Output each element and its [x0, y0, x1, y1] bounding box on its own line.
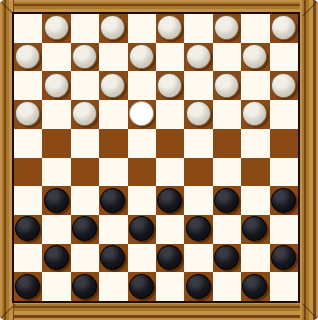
board-square[interactable]	[71, 186, 99, 215]
board-square[interactable]	[156, 186, 184, 215]
board-square[interactable]	[128, 272, 156, 301]
board-square[interactable]	[270, 100, 298, 129]
board-square[interactable]	[270, 244, 298, 273]
board-square[interactable]	[14, 71, 42, 100]
board-square[interactable]	[241, 14, 269, 43]
board-square[interactable]	[99, 129, 127, 158]
board-square[interactable]	[42, 100, 70, 129]
board-square[interactable]	[42, 43, 70, 72]
white-piece-highlighted[interactable]	[129, 101, 154, 126]
black-piece[interactable]	[44, 188, 69, 213]
black-piece[interactable]	[242, 274, 267, 299]
board-square[interactable]	[99, 244, 127, 273]
board-square[interactable]	[213, 43, 241, 72]
board-square[interactable]	[42, 215, 70, 244]
frame-bottom-rail	[0, 302, 318, 320]
board-square[interactable]	[42, 71, 70, 100]
board-square[interactable]	[71, 43, 99, 72]
board-square[interactable]	[128, 71, 156, 100]
board-square[interactable]	[71, 215, 99, 244]
white-piece[interactable]	[242, 44, 267, 69]
board-square[interactable]	[241, 129, 269, 158]
black-piece[interactable]	[15, 216, 40, 241]
board-square[interactable]	[128, 215, 156, 244]
board-square[interactable]	[71, 71, 99, 100]
white-piece[interactable]	[271, 73, 296, 98]
black-piece[interactable]	[129, 274, 154, 299]
board-square[interactable]	[270, 14, 298, 43]
white-piece[interactable]	[157, 15, 182, 40]
board-square[interactable]	[156, 129, 184, 158]
board-square[interactable]	[128, 100, 156, 129]
board-square[interactable]	[128, 186, 156, 215]
white-piece[interactable]	[157, 73, 182, 98]
board-square[interactable]	[14, 158, 42, 187]
board-square[interactable]	[71, 129, 99, 158]
white-piece[interactable]	[214, 73, 239, 98]
board-square[interactable]	[270, 272, 298, 301]
board-square[interactable]	[156, 43, 184, 72]
white-piece[interactable]	[72, 44, 97, 69]
board-square[interactable]	[128, 43, 156, 72]
black-piece[interactable]	[100, 245, 125, 270]
black-piece[interactable]	[129, 216, 154, 241]
board-square[interactable]	[71, 158, 99, 187]
board-square[interactable]	[270, 71, 298, 100]
board-square[interactable]	[128, 158, 156, 187]
board-square[interactable]	[270, 215, 298, 244]
black-piece[interactable]	[214, 245, 239, 270]
black-piece[interactable]	[186, 274, 211, 299]
white-piece[interactable]	[214, 15, 239, 40]
board-square[interactable]	[213, 14, 241, 43]
board-square[interactable]	[42, 158, 70, 187]
black-piece[interactable]	[242, 216, 267, 241]
board-square[interactable]	[71, 272, 99, 301]
white-piece[interactable]	[242, 101, 267, 126]
board-square[interactable]	[184, 100, 212, 129]
white-piece[interactable]	[129, 44, 154, 69]
board-square[interactable]	[42, 129, 70, 158]
board-square[interactable]	[99, 100, 127, 129]
board-square[interactable]	[42, 14, 70, 43]
board-square[interactable]	[42, 272, 70, 301]
white-piece[interactable]	[186, 101, 211, 126]
black-piece[interactable]	[44, 245, 69, 270]
board-square[interactable]	[241, 215, 269, 244]
black-piece[interactable]	[157, 188, 182, 213]
board-square[interactable]	[184, 129, 212, 158]
board-square[interactable]	[184, 244, 212, 273]
board-square[interactable]	[99, 71, 127, 100]
board-square[interactable]	[156, 215, 184, 244]
black-piece[interactable]	[186, 216, 211, 241]
black-piece[interactable]	[157, 245, 182, 270]
board-square[interactable]	[156, 272, 184, 301]
board-square[interactable]	[14, 100, 42, 129]
board-square[interactable]	[213, 244, 241, 273]
board-square[interactable]	[184, 272, 212, 301]
frame-right-rail	[300, 0, 318, 320]
board-square[interactable]	[99, 158, 127, 187]
board-square[interactable]	[213, 129, 241, 158]
draughts-board	[12, 12, 300, 303]
black-piece[interactable]	[214, 188, 239, 213]
board-square[interactable]	[14, 272, 42, 301]
board-square[interactable]	[156, 14, 184, 43]
black-piece[interactable]	[271, 245, 296, 270]
board-square[interactable]	[99, 43, 127, 72]
board-square[interactable]	[213, 272, 241, 301]
board-square[interactable]	[71, 244, 99, 273]
board-square[interactable]	[99, 272, 127, 301]
board-square[interactable]	[241, 272, 269, 301]
board-square[interactable]	[184, 14, 212, 43]
black-piece[interactable]	[271, 188, 296, 213]
board-square[interactable]	[270, 43, 298, 72]
board-square[interactable]	[213, 186, 241, 215]
board-square[interactable]	[14, 129, 42, 158]
board-square[interactable]	[99, 215, 127, 244]
board-square[interactable]	[14, 43, 42, 72]
white-piece[interactable]	[100, 15, 125, 40]
board-square[interactable]	[156, 244, 184, 273]
board-wood-frame	[0, 0, 318, 320]
board-square[interactable]	[71, 14, 99, 43]
board-square[interactable]	[270, 129, 298, 158]
board-square[interactable]	[184, 186, 212, 215]
board-square[interactable]	[184, 43, 212, 72]
white-piece[interactable]	[72, 101, 97, 126]
black-piece[interactable]	[15, 274, 40, 299]
board-square[interactable]	[213, 100, 241, 129]
board-square[interactable]	[14, 14, 42, 43]
board-square[interactable]	[42, 186, 70, 215]
board-square[interactable]	[270, 186, 298, 215]
board-square[interactable]	[14, 244, 42, 273]
board-square[interactable]	[241, 43, 269, 72]
board-square[interactable]	[128, 244, 156, 273]
black-piece[interactable]	[72, 274, 97, 299]
white-piece[interactable]	[100, 73, 125, 98]
black-piece[interactable]	[100, 188, 125, 213]
board-square[interactable]	[99, 14, 127, 43]
board-square[interactable]	[213, 71, 241, 100]
board-square[interactable]	[128, 14, 156, 43]
board-square[interactable]	[128, 129, 156, 158]
board-square[interactable]	[184, 158, 212, 187]
black-piece[interactable]	[72, 216, 97, 241]
white-piece[interactable]	[186, 44, 211, 69]
board-square[interactable]	[156, 100, 184, 129]
white-piece[interactable]	[44, 73, 69, 98]
board-square[interactable]	[241, 100, 269, 129]
board-square[interactable]	[241, 71, 269, 100]
board-square[interactable]	[241, 186, 269, 215]
board-square[interactable]	[241, 244, 269, 273]
board-square[interactable]	[241, 158, 269, 187]
board-square[interactable]	[184, 71, 212, 100]
board-square[interactable]	[270, 158, 298, 187]
board-square[interactable]	[213, 158, 241, 187]
board-square[interactable]	[71, 100, 99, 129]
white-piece[interactable]	[15, 44, 40, 69]
white-piece[interactable]	[15, 101, 40, 126]
board-square[interactable]	[156, 71, 184, 100]
board-square[interactable]	[14, 186, 42, 215]
board-square[interactable]	[14, 215, 42, 244]
white-piece[interactable]	[44, 15, 69, 40]
draughts-app-window	[0, 0, 318, 320]
board-square[interactable]	[99, 186, 127, 215]
board-square[interactable]	[42, 244, 70, 273]
board-square[interactable]	[213, 215, 241, 244]
board-square[interactable]	[184, 215, 212, 244]
board-square[interactable]	[156, 158, 184, 187]
white-piece[interactable]	[271, 15, 296, 40]
